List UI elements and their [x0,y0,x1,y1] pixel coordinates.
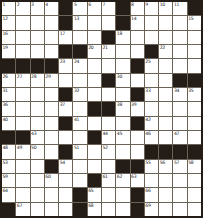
clue-number: 7 [102,2,105,7]
cell-9-8[interactable] [102,117,115,130]
cell-2-4[interactable] [45,16,58,29]
cell-13-1[interactable]: 59 [2,174,15,187]
cell-13-13[interactable] [173,174,186,187]
cell-14-14[interactable] [188,188,201,201]
clue-number: 27 [17,74,22,79]
black-cell [59,16,72,29]
clue-number: 35 [188,88,193,93]
clue-number: 20 [88,45,93,50]
cell-9-12[interactable] [159,117,172,130]
clue-number: 24 [74,59,79,64]
cell-6-2[interactable]: 27 [16,74,29,87]
cell-4-13[interactable] [173,45,186,58]
cell-14-7[interactable]: 65 [88,188,101,201]
clue-number: 28 [31,74,36,79]
black-cell [59,2,72,15]
cell-4-10[interactable] [131,45,144,58]
black-cell [173,74,186,87]
black-cell [159,145,172,158]
clue-number: 46 [145,131,150,136]
cell-6-12[interactable] [159,74,172,87]
cell-1-7[interactable]: 6 [88,2,101,15]
clue-number: 25 [145,59,150,64]
clue-number: 62 [117,174,122,179]
cell-5-8[interactable] [102,59,115,72]
cell-5-5[interactable]: 23 [59,59,72,72]
cell-9-7[interactable] [88,117,101,130]
cell-5-14[interactable] [188,59,201,72]
clue-number: 59 [3,174,8,179]
cell-2-11[interactable] [145,16,158,29]
cell-3-11[interactable] [145,31,158,44]
cell-1-11[interactable]: 9 [145,2,158,15]
cell-15-3[interactable] [31,203,44,216]
clue-number: 57 [174,160,179,165]
cell-14-11[interactable]: 66 [145,188,158,201]
cell-1-8[interactable]: 7 [102,2,115,15]
cell-2-3[interactable] [31,16,44,29]
cell-15-7[interactable]: 68 [88,203,101,216]
clue-number: 15 [188,16,193,21]
cell-3-6[interactable] [73,31,86,44]
cell-2-7[interactable] [88,16,101,29]
cell-4-2[interactable] [16,45,29,58]
cell-6-9[interactable]: 30 [116,74,129,87]
clue-number: 21 [102,45,107,50]
cell-11-1[interactable]: 48 [2,145,15,158]
cell-2-10[interactable]: 14 [131,16,144,29]
cell-4-9[interactable] [116,45,129,58]
cell-15-14[interactable] [188,203,201,216]
black-cell [31,59,44,72]
cell-13-4[interactable]: 60 [45,174,58,187]
cell-8-11[interactable] [145,102,158,115]
clue-number: 67 [17,203,22,208]
black-cell [145,145,158,158]
cell-7-8[interactable] [102,88,115,101]
clue-number: 36 [3,102,8,107]
clue-number: 29 [45,74,50,79]
black-cell [73,188,86,201]
clue-number: 1 [3,2,6,7]
clue-number: 48 [3,145,8,150]
cell-10-13[interactable]: 47 [173,131,186,144]
cell-5-9[interactable] [116,59,129,72]
cell-7-1[interactable]: 31 [2,88,15,101]
cell-12-13[interactable]: 57 [173,160,186,173]
cell-7-9[interactable] [116,88,129,101]
clue-number: 39 [131,102,136,107]
cell-9-2[interactable] [16,117,29,130]
cell-12-1[interactable]: 53 [2,160,15,173]
black-cell [73,203,86,216]
cell-3-14[interactable] [188,31,201,44]
cell-13-14[interactable] [188,174,201,187]
cell-8-12[interactable] [159,102,172,115]
cell-13-3[interactable] [31,174,44,187]
cell-4-8[interactable]: 21 [102,45,115,58]
cell-3-5[interactable]: 17 [59,31,72,44]
clue-number: 66 [145,188,150,193]
clue-number: 11 [174,2,179,7]
cell-14-1[interactable]: 64 [2,188,15,201]
cell-1-12[interactable]: 10 [159,2,172,15]
cell-10-9[interactable]: 45 [116,131,129,144]
cell-2-12[interactable] [159,16,172,29]
clue-number: 41 [74,117,79,122]
clue-number: 69 [145,203,150,208]
cell-13-2[interactable] [16,174,29,187]
cell-8-1[interactable]: 36 [2,102,15,115]
cell-12-12[interactable]: 56 [159,160,172,173]
cell-10-14[interactable] [188,131,201,144]
clue-number: 50 [31,145,36,150]
black-cell [188,145,201,158]
cell-1-2[interactable]: 2 [16,2,29,15]
clue-number: 61 [102,174,107,179]
cell-13-12[interactable] [159,174,172,187]
black-cell [102,31,115,44]
cell-10-12[interactable] [159,131,172,144]
clue-number: 42 [145,117,150,122]
clue-number: 63 [131,174,136,179]
cell-1-1[interactable]: 1 [2,2,15,15]
clue-number: 4 [45,2,48,7]
cell-3-13[interactable] [173,31,186,44]
cell-4-4[interactable] [45,45,58,58]
clue-number: 51 [74,145,79,150]
cell-6-1[interactable]: 26 [2,74,15,87]
black-cell [59,45,72,58]
clue-number: 49 [17,145,22,150]
cell-4-12[interactable]: 22 [159,45,172,58]
cell-1-6[interactable]: 5 [73,2,86,15]
black-cell [173,145,186,158]
cell-10-8[interactable]: 44 [102,131,115,144]
clue-number: 33 [145,88,150,93]
clue-number: 6 [88,2,91,7]
black-cell [88,102,101,115]
black-cell [16,131,29,144]
black-cell [116,16,129,29]
black-cell [188,2,201,15]
clue-number: 58 [188,160,193,165]
cell-7-14[interactable]: 35 [188,88,201,101]
clue-number: 16 [3,31,8,36]
cell-13-11[interactable] [145,174,158,187]
cell-2-13[interactable] [173,16,186,29]
cell-1-10[interactable]: 8 [131,2,144,15]
cell-15-4[interactable] [45,203,58,216]
cell-3-9[interactable]: 18 [116,31,129,44]
cell-6-7[interactable] [88,74,101,87]
cell-12-14[interactable]: 58 [188,160,201,173]
cell-9-9[interactable] [116,117,129,130]
cell-7-7[interactable] [88,88,101,101]
black-cell [88,174,101,187]
cell-12-11[interactable]: 55 [145,160,158,173]
cell-3-7[interactable] [88,31,101,44]
black-cell [145,45,158,58]
clue-number: 32 [74,88,79,93]
clue-number: 26 [3,74,8,79]
cell-8-3[interactable] [31,102,44,115]
clue-number: 8 [131,2,134,7]
cell-5-11[interactable]: 25 [145,59,158,72]
cell-6-5[interactable] [59,74,72,87]
clue-number: 13 [74,16,79,21]
cell-8-5[interactable]: 37 [59,102,72,115]
clue-number: 47 [174,131,179,136]
clue-number: 5 [74,2,77,7]
cell-2-6[interactable]: 13 [73,16,86,29]
cell-11-7[interactable] [88,145,101,158]
clue-number: 10 [160,2,165,7]
black-cell [131,188,144,201]
cell-3-4[interactable] [45,31,58,44]
cell-10-4[interactable] [45,131,58,144]
cell-13-10[interactable]: 63 [131,174,144,187]
cell-5-13[interactable] [173,59,186,72]
clue-number: 23 [60,59,65,64]
cell-2-8[interactable] [102,16,115,29]
black-cell [116,2,129,15]
clue-number: 3 [31,2,34,7]
cell-4-3[interactable] [31,45,44,58]
clue-number: 12 [3,16,8,21]
black-cell [59,88,72,101]
cell-8-14[interactable] [188,102,201,115]
cell-7-3[interactable] [31,88,44,101]
cell-14-5[interactable] [59,188,72,201]
cell-13-9[interactable]: 62 [116,174,129,187]
clue-number: 22 [160,45,165,50]
cell-13-6[interactable] [73,174,86,187]
cell-6-3[interactable]: 28 [31,74,44,87]
cell-11-4[interactable] [45,145,58,158]
cell-7-12[interactable] [159,88,172,101]
cell-8-13[interactable] [173,102,186,115]
cell-11-10[interactable] [131,145,144,158]
cell-2-2[interactable] [16,16,29,29]
cell-5-7[interactable] [88,59,101,72]
black-cell [2,203,15,216]
cell-11-6[interactable]: 51 [73,145,86,158]
black-cell [16,59,29,72]
cell-9-6[interactable]: 41 [73,117,86,130]
cell-2-1[interactable]: 12 [2,16,15,29]
cell-14-9[interactable] [116,188,129,201]
black-cell [59,117,72,130]
clue-number: 38 [117,102,122,107]
cell-7-4[interactable] [45,88,58,101]
cell-3-12[interactable] [159,31,172,44]
cell-12-2[interactable] [16,160,29,173]
clue-number: 52 [102,145,107,150]
cell-3-10[interactable] [131,31,144,44]
cell-8-10[interactable]: 39 [131,102,144,115]
crossword-puzzle: 1234567891011121314151617181920212223242… [0,0,203,218]
cell-15-2[interactable]: 67 [16,203,29,216]
cell-8-6[interactable] [73,102,86,115]
black-cell [2,59,15,72]
cell-9-1[interactable]: 40 [2,117,15,130]
black-cell [131,88,144,101]
cell-4-7[interactable]: 20 [88,45,101,58]
cell-13-8[interactable]: 61 [102,174,115,187]
clue-number: 43 [31,131,36,136]
clue-number: 44 [102,131,107,136]
clue-number: 68 [88,203,93,208]
cell-15-13[interactable] [173,203,186,216]
cell-10-3[interactable]: 43 [31,131,44,144]
cell-8-4[interactable] [45,102,58,115]
black-cell [131,160,144,173]
clue-number: 17 [60,31,65,36]
clue-number: 30 [117,74,122,79]
cell-7-6[interactable]: 32 [73,88,86,101]
black-cell [2,131,15,144]
cell-3-1[interactable]: 16 [2,31,15,44]
cell-13-5[interactable] [59,174,72,187]
black-cell [102,102,115,115]
clue-number: 37 [60,102,65,107]
cell-10-5[interactable] [59,131,72,144]
cell-9-4[interactable] [45,117,58,130]
cell-15-5[interactable] [59,203,72,216]
black-cell [116,160,129,173]
cell-14-12[interactable] [159,188,172,201]
cell-6-11[interactable] [145,74,158,87]
cell-11-2[interactable]: 49 [16,145,29,158]
black-cell [131,117,144,130]
cell-1-3[interactable]: 3 [31,2,44,15]
black-cell [102,74,115,87]
cell-6-6[interactable] [73,74,86,87]
clue-number: 64 [3,188,8,193]
cell-10-10[interactable] [131,131,144,144]
cell-3-3[interactable] [31,31,44,44]
black-cell [59,145,72,158]
cell-14-3[interactable] [31,188,44,201]
clue-number: 60 [45,174,50,179]
clue-number: 9 [145,2,148,7]
cell-8-9[interactable]: 38 [116,102,129,115]
black-cell [188,74,201,87]
cell-4-1[interactable]: 19 [2,45,15,58]
clue-number: 18 [117,31,122,36]
cell-9-14[interactable] [188,117,201,130]
cell-15-12[interactable] [159,203,172,216]
cell-10-11[interactable]: 46 [145,131,158,144]
cell-15-11[interactable]: 69 [145,203,158,216]
cell-9-13[interactable] [173,117,186,130]
cell-5-12[interactable] [159,59,172,72]
cell-9-11[interactable]: 42 [145,117,158,130]
cell-14-8[interactable] [102,188,115,201]
black-cell [73,45,86,58]
cell-5-6[interactable]: 24 [73,59,86,72]
cell-7-11[interactable]: 33 [145,88,158,101]
cell-1-4[interactable]: 4 [45,2,58,15]
clue-number: 2 [17,2,20,7]
crossword-grid: 1234567891011121314151617181920212223242… [2,2,201,216]
cell-15-8[interactable] [102,203,115,216]
cell-14-13[interactable] [173,188,186,201]
black-cell [88,131,101,144]
cell-6-4[interactable]: 29 [45,74,58,87]
cell-9-3[interactable] [31,117,44,130]
cell-12-8[interactable] [102,160,115,173]
cell-12-3[interactable] [31,160,44,173]
cell-4-14[interactable] [188,45,201,58]
cell-11-3[interactable]: 50 [31,145,44,158]
clue-number: 53 [3,160,8,165]
clue-number: 40 [3,117,8,122]
cell-7-13[interactable]: 34 [173,88,186,101]
black-cell [131,203,144,216]
black-cell [45,160,58,173]
clue-number: 56 [160,160,165,165]
clue-number: 19 [3,45,8,50]
cell-10-6[interactable] [73,131,86,144]
cell-6-10[interactable] [131,74,144,87]
cell-11-8[interactable]: 52 [102,145,115,158]
cell-12-6[interactable] [73,160,86,173]
black-cell [45,59,58,72]
cell-15-9[interactable] [116,203,129,216]
cell-2-14[interactable]: 15 [188,16,201,29]
clue-number: 31 [3,88,8,93]
cell-11-9[interactable] [116,145,129,158]
clue-number: 14 [131,16,136,21]
black-cell [131,59,144,72]
cell-14-2[interactable] [16,188,29,201]
cell-1-13[interactable]: 11 [173,2,186,15]
clue-number: 65 [88,188,93,193]
cell-3-2[interactable] [16,31,29,44]
cell-12-5[interactable]: 54 [59,160,72,173]
cell-12-7[interactable] [88,160,101,173]
clue-number: 34 [174,88,179,93]
clue-number: 45 [117,131,122,136]
cell-8-2[interactable] [16,102,29,115]
clue-number: 54 [60,160,65,165]
cell-7-2[interactable] [16,88,29,101]
clue-number: 55 [145,160,150,165]
cell-14-4[interactable] [45,188,58,201]
